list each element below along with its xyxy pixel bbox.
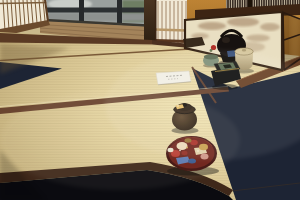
corner-pillar	[144, 0, 155, 45]
tea-room-scene	[0, 0, 300, 200]
shoji-screen-right	[155, 0, 187, 45]
tea-room-photo	[0, 0, 300, 200]
